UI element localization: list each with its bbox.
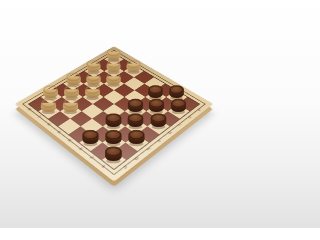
playing-field	[28, 53, 201, 170]
checkers-board: 87654321abcdefgh	[15, 46, 213, 181]
photo-background: 87654321abcdefgh	[0, 0, 228, 228]
